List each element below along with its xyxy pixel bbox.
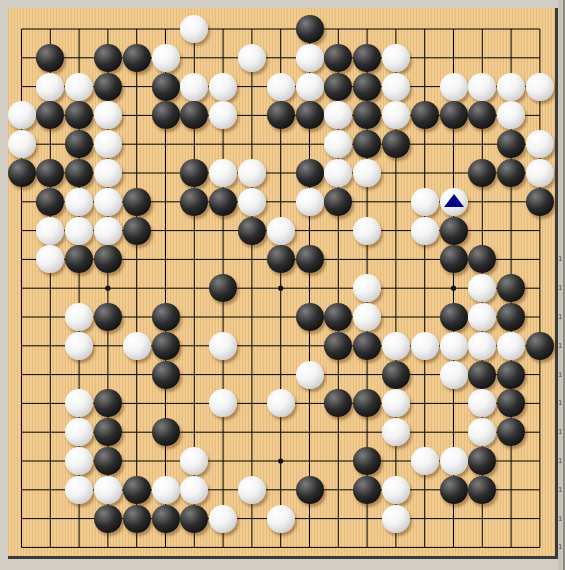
- white-stone: [238, 44, 266, 72]
- white-stone: [440, 447, 468, 475]
- window-right-gutter: 11111111111: [558, 0, 565, 570]
- white-stone: [440, 332, 468, 360]
- white-stone: [65, 332, 93, 360]
- white-stone: [152, 44, 180, 72]
- white-stone: [180, 476, 208, 504]
- black-stone: [152, 418, 180, 446]
- white-stone: [382, 73, 410, 101]
- white-stone: [382, 332, 410, 360]
- black-stone: [94, 73, 122, 101]
- white-stone: [296, 188, 324, 216]
- black-stone: [468, 476, 496, 504]
- black-stone: [65, 159, 93, 187]
- black-stone: [440, 217, 468, 245]
- white-stone: [296, 361, 324, 389]
- clipped-coordinate-label: 1: [558, 371, 562, 379]
- black-stone: [296, 476, 324, 504]
- white-stone: [209, 159, 237, 187]
- black-stone: [123, 217, 151, 245]
- star-point: [451, 286, 456, 291]
- white-stone: [36, 217, 64, 245]
- black-stone: [440, 245, 468, 273]
- black-stone: [296, 245, 324, 273]
- white-stone: [468, 332, 496, 360]
- white-stone: [267, 217, 295, 245]
- black-stone: [324, 332, 352, 360]
- black-stone: [382, 130, 410, 158]
- black-stone: [324, 73, 352, 101]
- white-stone: [497, 332, 525, 360]
- black-stone: [497, 361, 525, 389]
- black-stone: [123, 476, 151, 504]
- black-stone: [152, 332, 180, 360]
- black-stone: [526, 188, 554, 216]
- white-stone: [296, 44, 324, 72]
- white-stone: [94, 159, 122, 187]
- white-stone: [353, 303, 381, 331]
- white-stone: [411, 217, 439, 245]
- white-stone: [382, 505, 410, 533]
- white-stone: [94, 130, 122, 158]
- white-stone: [382, 476, 410, 504]
- black-stone: [152, 101, 180, 129]
- board-shadow-bottom: [8, 556, 558, 559]
- white-stone: [497, 73, 525, 101]
- black-stone: [8, 159, 36, 187]
- black-stone: [497, 303, 525, 331]
- black-stone: [152, 361, 180, 389]
- white-stone: [238, 188, 266, 216]
- white-stone: [94, 188, 122, 216]
- black-stone: [94, 44, 122, 72]
- go-board[interactable]: [8, 8, 555, 556]
- white-stone: [353, 159, 381, 187]
- white-stone: [238, 476, 266, 504]
- white-stone: [411, 188, 439, 216]
- black-stone: [238, 217, 266, 245]
- white-stone: [526, 130, 554, 158]
- black-stone: [296, 101, 324, 129]
- black-stone: [94, 505, 122, 533]
- white-stone: [382, 418, 410, 446]
- white-stone: [353, 217, 381, 245]
- white-stone: [94, 217, 122, 245]
- white-stone: [209, 73, 237, 101]
- white-stone: [8, 101, 36, 129]
- clipped-coordinate-label: 1: [558, 255, 562, 263]
- white-stone: [468, 73, 496, 101]
- black-stone: [123, 505, 151, 533]
- black-stone: [324, 188, 352, 216]
- black-stone: [180, 505, 208, 533]
- white-stone: [382, 44, 410, 72]
- last-move-triangle-marker: [444, 194, 464, 207]
- white-stone: [267, 389, 295, 417]
- white-stone: [526, 159, 554, 187]
- black-stone: [296, 303, 324, 331]
- star-point: [278, 286, 283, 291]
- black-stone: [209, 188, 237, 216]
- clipped-coordinate-label: 1: [558, 543, 562, 551]
- white-stone: [267, 505, 295, 533]
- white-stone: [209, 332, 237, 360]
- black-stone: [123, 44, 151, 72]
- clipped-coordinate-label: 1: [558, 313, 562, 321]
- black-stone: [353, 447, 381, 475]
- black-stone: [353, 44, 381, 72]
- clipped-coordinate-label: 1: [558, 515, 562, 523]
- black-stone: [267, 101, 295, 129]
- black-stone: [324, 44, 352, 72]
- star-point: [278, 458, 283, 463]
- white-stone: [94, 476, 122, 504]
- black-stone: [440, 303, 468, 331]
- white-stone: [65, 476, 93, 504]
- black-stone: [36, 188, 64, 216]
- clipped-coordinate-label: 1: [558, 457, 562, 465]
- white-stone: [8, 130, 36, 158]
- black-stone: [180, 188, 208, 216]
- black-stone: [123, 188, 151, 216]
- clipped-coordinate-label: 1: [558, 284, 562, 292]
- black-stone: [497, 159, 525, 187]
- clipped-coordinate-label: 1: [558, 428, 562, 436]
- white-stone: [296, 73, 324, 101]
- black-stone: [152, 505, 180, 533]
- black-stone: [36, 44, 64, 72]
- clipped-coordinate-label: 1: [558, 486, 562, 494]
- black-stone: [94, 418, 122, 446]
- white-stone: [180, 73, 208, 101]
- go-client-window: 11111111111: [0, 0, 565, 570]
- black-stone: [353, 73, 381, 101]
- white-stone: [36, 73, 64, 101]
- white-stone: [411, 447, 439, 475]
- black-stone: [353, 332, 381, 360]
- black-stone: [152, 303, 180, 331]
- white-stone: [65, 217, 93, 245]
- black-stone: [526, 332, 554, 360]
- white-stone: [65, 73, 93, 101]
- white-stone: [526, 73, 554, 101]
- black-stone: [353, 476, 381, 504]
- white-stone: [440, 73, 468, 101]
- black-stone: [382, 361, 410, 389]
- black-stone: [94, 303, 122, 331]
- black-stone: [440, 476, 468, 504]
- black-stone: [267, 245, 295, 273]
- black-stone: [440, 101, 468, 129]
- white-stone: [209, 505, 237, 533]
- black-stone: [296, 159, 324, 187]
- black-stone: [296, 15, 324, 43]
- white-stone: [267, 73, 295, 101]
- white-stone: [65, 447, 93, 475]
- black-stone: [411, 101, 439, 129]
- white-stone: [411, 332, 439, 360]
- white-stone: [440, 361, 468, 389]
- white-stone: [238, 159, 266, 187]
- clipped-coordinate-label: 1: [558, 342, 562, 350]
- black-stone: [152, 73, 180, 101]
- white-stone: [123, 332, 151, 360]
- clipped-coordinate-label: 1: [558, 399, 562, 407]
- black-stone: [468, 361, 496, 389]
- white-stone: [65, 188, 93, 216]
- star-point: [105, 286, 110, 291]
- white-stone: [65, 303, 93, 331]
- black-stone: [94, 447, 122, 475]
- white-stone: [152, 476, 180, 504]
